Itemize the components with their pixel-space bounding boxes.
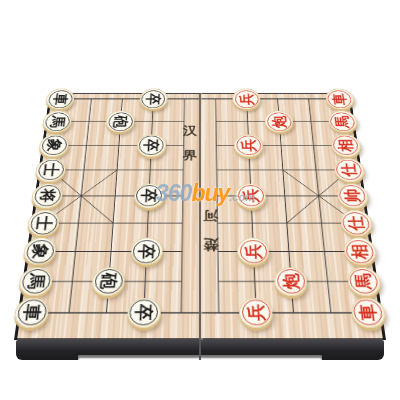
pieces-grid: 車馬象士将士象馬車砲砲卒卒卒卒卒兵兵兵兵兵炮炮車馬相仕帅仕相馬車 — [11, 88, 390, 329]
piece-disc: 炮 — [265, 111, 295, 133]
piece-disc: 馬 — [327, 111, 358, 133]
piece-disc: 士 — [26, 210, 60, 236]
piece-glyph: 車 — [331, 93, 348, 105]
piece-red-horse[interactable]: 馬 — [344, 266, 385, 297]
piece-glyph: 馬 — [334, 116, 351, 128]
piece-disc: 象 — [22, 238, 57, 265]
piece-black-soldier[interactable]: 卒 — [131, 183, 166, 209]
piece-glyph: 兵 — [244, 244, 262, 259]
piece-red-horse[interactable]: 馬 — [326, 110, 361, 133]
piece-glyph: 馬 — [49, 116, 66, 128]
piece-black-advisor[interactable]: 士 — [24, 209, 62, 237]
piece-disc: 将 — [30, 184, 64, 209]
piece-black-soldier[interactable]: 卒 — [128, 237, 165, 266]
piece-glyph: 車 — [21, 304, 42, 321]
piece-black-horse[interactable]: 馬 — [40, 110, 75, 133]
piece-glyph: 馬 — [26, 273, 46, 289]
piece-disc: 兵 — [235, 184, 266, 209]
piece-glyph: 相 — [337, 139, 355, 152]
piece-red-cannon[interactable]: 炮 — [272, 266, 311, 297]
piece-disc: 卒 — [136, 134, 166, 157]
piece-glyph: 炮 — [282, 273, 301, 289]
piece-glyph: 兵 — [246, 304, 265, 321]
piece-glyph: 象 — [45, 139, 63, 152]
piece-black-soldier[interactable]: 卒 — [137, 88, 169, 110]
piece-black-soldier[interactable]: 卒 — [124, 297, 163, 329]
piece-disc: 兵 — [234, 134, 264, 157]
piece-red-elephant[interactable]: 相 — [328, 133, 364, 157]
piece-red-soldier[interactable]: 兵 — [234, 183, 269, 209]
piece-red-advisor[interactable]: 仕 — [337, 209, 375, 237]
piece-disc: 象 — [38, 134, 70, 157]
piece-glyph: 馬 — [354, 273, 374, 289]
piece-disc: 車 — [325, 89, 355, 110]
piece-glyph: 士 — [42, 163, 60, 176]
piece-disc: 馬 — [346, 267, 382, 296]
piece-disc: 車 — [45, 89, 75, 110]
piece-glyph: 仕 — [347, 216, 366, 231]
piece-disc: 炮 — [274, 267, 309, 296]
piece-glyph: 兵 — [240, 139, 257, 152]
piece-glyph: 卒 — [145, 93, 161, 105]
piece-glyph: 兵 — [242, 189, 259, 203]
piece-disc: 砲 — [91, 267, 126, 296]
piece-glyph: 炮 — [271, 116, 288, 128]
piece-glyph: 将 — [38, 189, 57, 203]
piece-black-elephant[interactable]: 象 — [20, 237, 59, 266]
piece-disc: 馬 — [18, 267, 54, 296]
piece-glyph: 仕 — [340, 163, 358, 176]
piece-disc: 相 — [330, 134, 362, 157]
piece-red-chariot[interactable]: 車 — [348, 297, 390, 329]
piece-disc: 兵 — [232, 89, 261, 110]
piece-glyph: 車 — [52, 93, 69, 105]
piece-black-cannon[interactable]: 砲 — [89, 266, 128, 297]
piece-red-soldier[interactable]: 兵 — [237, 297, 276, 329]
xiangqi-board: 汉界 楚河 車馬象士将士象馬車砲砲卒卒卒卒卒兵兵兵兵兵炮炮車馬相仕帅仕相馬車 — [14, 93, 386, 340]
piece-black-cannon[interactable]: 砲 — [104, 110, 137, 133]
piece-disc: 相 — [343, 238, 378, 265]
piece-black-chariot[interactable]: 車 — [11, 297, 53, 329]
piece-glyph: 車 — [358, 304, 379, 321]
piece-disc: 仕 — [333, 158, 366, 182]
piece-black-advisor[interactable]: 士 — [32, 158, 69, 183]
piece-glyph: 象 — [30, 244, 50, 259]
piece-disc: 士 — [34, 158, 67, 182]
piece-disc: 馬 — [42, 111, 73, 133]
board-base — [16, 340, 384, 360]
piece-disc: 帅 — [336, 184, 370, 209]
piece-red-elephant[interactable]: 相 — [341, 237, 380, 266]
piece-disc: 兵 — [237, 238, 270, 265]
piece-red-chariot[interactable]: 車 — [323, 88, 357, 110]
piece-red-soldier[interactable]: 兵 — [231, 88, 263, 110]
piece-disc: 卒 — [133, 184, 164, 209]
product-photo-scene: 汉界 楚河 車馬象士将士象馬車砲砲卒卒卒卒卒兵兵兵兵兵炮炮車馬相仕帅仕相馬車 — [14, 10, 386, 340]
piece-black-chariot[interactable]: 車 — [43, 88, 77, 110]
piece-glyph: 卒 — [134, 304, 153, 321]
piece-glyph: 相 — [350, 244, 370, 259]
piece-black-soldier[interactable]: 卒 — [134, 133, 168, 157]
piece-glyph: 帅 — [343, 189, 362, 203]
piece-disc: 車 — [350, 298, 387, 328]
piece-disc: 砲 — [106, 111, 136, 133]
piece-disc: 車 — [13, 298, 50, 328]
piece-disc: 卒 — [130, 238, 163, 265]
piece-red-cannon[interactable]: 炮 — [263, 110, 296, 133]
piece-red-soldier[interactable]: 兵 — [232, 133, 266, 157]
piece-glyph: 卒 — [143, 139, 160, 152]
piece-glyph: 砲 — [112, 116, 129, 128]
piece-black-horse[interactable]: 馬 — [15, 266, 56, 297]
piece-disc: 仕 — [339, 210, 373, 236]
piece-black-general[interactable]: 将 — [28, 183, 65, 209]
piece-black-elephant[interactable]: 象 — [36, 133, 72, 157]
piece-glyph: 士 — [34, 216, 53, 231]
piece-glyph: 卒 — [137, 244, 155, 259]
piece-red-soldier[interactable]: 兵 — [235, 237, 272, 266]
piece-disc: 兵 — [239, 298, 274, 328]
piece-glyph: 卒 — [140, 189, 157, 203]
base-hinge-gap — [199, 340, 201, 360]
piece-red-advisor[interactable]: 仕 — [331, 158, 368, 183]
piece-red-general[interactable]: 帅 — [334, 183, 371, 209]
piece-disc: 卒 — [126, 298, 161, 328]
piece-glyph: 兵 — [239, 93, 255, 105]
piece-disc: 卒 — [139, 89, 168, 110]
piece-glyph: 砲 — [99, 273, 118, 289]
